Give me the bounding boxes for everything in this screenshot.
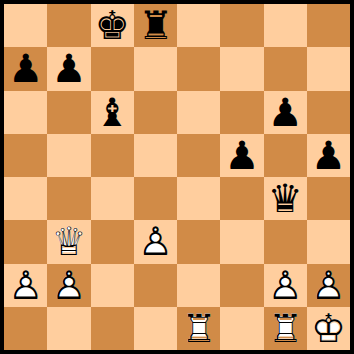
square-e3[interactable] — [177, 220, 220, 263]
square-h2[interactable]: ♟♙ — [307, 264, 350, 307]
square-h3[interactable] — [307, 220, 350, 263]
square-a3[interactable] — [4, 220, 47, 263]
white-piece-outline-layer: ♙ — [51, 266, 86, 305]
square-c8[interactable]: ♚ — [91, 4, 134, 47]
square-b7[interactable]: ♟ — [47, 47, 90, 90]
square-b3[interactable]: ♛♕ — [47, 220, 90, 263]
piece-white-pawn[interactable]: ♟♙ — [268, 266, 303, 305]
square-g6[interactable]: ♟ — [264, 91, 307, 134]
square-f6[interactable] — [220, 91, 263, 134]
square-g3[interactable] — [264, 220, 307, 263]
square-f4[interactable] — [220, 177, 263, 220]
square-e1[interactable]: ♜♖ — [177, 307, 220, 350]
square-e5[interactable] — [177, 134, 220, 177]
square-e6[interactable] — [177, 91, 220, 134]
piece-white-queen[interactable]: ♛♕ — [51, 222, 86, 261]
square-g1[interactable]: ♜♖ — [264, 307, 307, 350]
piece-white-rook[interactable]: ♜♖ — [181, 309, 216, 348]
square-e4[interactable] — [177, 177, 220, 220]
square-e7[interactable] — [177, 47, 220, 90]
square-d7[interactable] — [134, 47, 177, 90]
piece-black-king[interactable]: ♚ — [95, 6, 130, 45]
square-c6[interactable]: ♝ — [91, 91, 134, 134]
piece-black-pawn[interactable]: ♟ — [8, 49, 43, 88]
square-b4[interactable] — [47, 177, 90, 220]
square-f5[interactable]: ♟ — [220, 134, 263, 177]
square-d1[interactable] — [134, 307, 177, 350]
white-piece-outline-layer: ♖ — [268, 309, 303, 348]
square-f7[interactable] — [220, 47, 263, 90]
square-h5[interactable]: ♟ — [307, 134, 350, 177]
square-g4[interactable]: ♛ — [264, 177, 307, 220]
chess-board: ♚♜♟♟♝♟♟♟♛♛♕♟♙♟♙♟♙♟♙♟♙♜♖♜♖♚♔ — [4, 4, 350, 350]
square-c2[interactable] — [91, 264, 134, 307]
square-e8[interactable] — [177, 4, 220, 47]
square-c3[interactable] — [91, 220, 134, 263]
square-f3[interactable] — [220, 220, 263, 263]
square-g7[interactable] — [264, 47, 307, 90]
square-c7[interactable] — [91, 47, 134, 90]
square-a2[interactable]: ♟♙ — [4, 264, 47, 307]
square-f2[interactable] — [220, 264, 263, 307]
square-h6[interactable] — [307, 91, 350, 134]
white-piece-outline-layer: ♖ — [181, 309, 216, 348]
square-b6[interactable] — [47, 91, 90, 134]
white-piece-outline-layer: ♙ — [138, 222, 173, 261]
piece-white-pawn[interactable]: ♟♙ — [8, 266, 43, 305]
square-f1[interactable] — [220, 307, 263, 350]
square-c4[interactable] — [91, 177, 134, 220]
piece-black-queen[interactable]: ♛ — [268, 179, 303, 218]
piece-black-pawn[interactable]: ♟ — [51, 49, 86, 88]
square-g5[interactable] — [264, 134, 307, 177]
square-d8[interactable]: ♜ — [134, 4, 177, 47]
white-piece-outline-layer: ♔ — [311, 309, 346, 348]
piece-white-pawn[interactable]: ♟♙ — [138, 222, 173, 261]
square-b1[interactable] — [47, 307, 90, 350]
square-h8[interactable] — [307, 4, 350, 47]
square-a8[interactable] — [4, 4, 47, 47]
square-a5[interactable] — [4, 134, 47, 177]
square-d5[interactable] — [134, 134, 177, 177]
white-piece-outline-layer: ♙ — [311, 266, 346, 305]
square-f8[interactable] — [220, 4, 263, 47]
square-d4[interactable] — [134, 177, 177, 220]
square-h1[interactable]: ♚♔ — [307, 307, 350, 350]
square-d3[interactable]: ♟♙ — [134, 220, 177, 263]
piece-white-pawn[interactable]: ♟♙ — [311, 266, 346, 305]
board-frame: ♚♜♟♟♝♟♟♟♛♛♕♟♙♟♙♟♙♟♙♟♙♜♖♜♖♚♔ — [0, 0, 354, 354]
square-h4[interactable] — [307, 177, 350, 220]
square-b2[interactable]: ♟♙ — [47, 264, 90, 307]
piece-black-rook[interactable]: ♜ — [138, 6, 173, 45]
square-c5[interactable] — [91, 134, 134, 177]
square-a7[interactable]: ♟ — [4, 47, 47, 90]
piece-black-pawn[interactable]: ♟ — [311, 136, 346, 175]
square-d6[interactable] — [134, 91, 177, 134]
square-e2[interactable] — [177, 264, 220, 307]
piece-white-king[interactable]: ♚♔ — [311, 309, 346, 348]
square-c1[interactable] — [91, 307, 134, 350]
white-piece-outline-layer: ♕ — [51, 222, 86, 261]
square-a6[interactable] — [4, 91, 47, 134]
piece-white-rook[interactable]: ♜♖ — [268, 309, 303, 348]
square-g2[interactable]: ♟♙ — [264, 264, 307, 307]
piece-black-pawn[interactable]: ♟ — [224, 136, 259, 175]
square-a1[interactable] — [4, 307, 47, 350]
piece-black-bishop[interactable]: ♝ — [95, 93, 130, 132]
white-piece-outline-layer: ♙ — [8, 266, 43, 305]
square-b8[interactable] — [47, 4, 90, 47]
square-a4[interactable] — [4, 177, 47, 220]
piece-black-pawn[interactable]: ♟ — [268, 93, 303, 132]
square-b5[interactable] — [47, 134, 90, 177]
square-d2[interactable] — [134, 264, 177, 307]
piece-white-pawn[interactable]: ♟♙ — [51, 266, 86, 305]
square-h7[interactable] — [307, 47, 350, 90]
white-piece-outline-layer: ♙ — [268, 266, 303, 305]
square-g8[interactable] — [264, 4, 307, 47]
